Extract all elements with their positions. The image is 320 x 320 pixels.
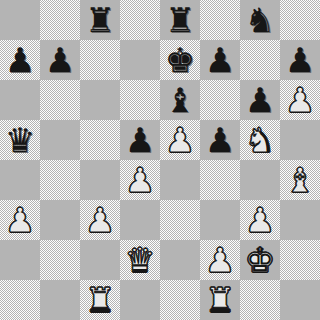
piece-white-pawn: ♟	[80, 200, 120, 240]
piece-black-king: ♚	[160, 40, 200, 80]
square-h7[interactable]: ♟	[280, 40, 320, 80]
square-d7[interactable]	[120, 40, 160, 80]
piece-black-pawn: ♟	[240, 80, 280, 120]
square-e4[interactable]	[160, 160, 200, 200]
piece-white-king: ♚	[240, 240, 280, 280]
square-a6[interactable]	[0, 80, 40, 120]
piece-black-pawn: ♟	[200, 120, 240, 160]
chess-app-window: ♜♜♞♟♟♚♟♟♝♟♟♛♟♟♟♞♟♝♟♟♟♛♟♚♜♜	[0, 0, 320, 320]
square-h6[interactable]: ♟	[280, 80, 320, 120]
square-d3[interactable]	[120, 200, 160, 240]
piece-white-pawn: ♟	[280, 80, 320, 120]
square-g6[interactable]: ♟	[240, 80, 280, 120]
square-g8[interactable]: ♞	[240, 0, 280, 40]
square-g3[interactable]: ♟	[240, 200, 280, 240]
square-e3[interactable]	[160, 200, 200, 240]
square-f3[interactable]	[200, 200, 240, 240]
square-f7[interactable]: ♟	[200, 40, 240, 80]
square-h3[interactable]	[280, 200, 320, 240]
square-h8[interactable]	[280, 0, 320, 40]
square-c1[interactable]: ♜	[80, 280, 120, 320]
square-b3[interactable]	[40, 200, 80, 240]
square-b1[interactable]	[40, 280, 80, 320]
square-h5[interactable]	[280, 120, 320, 160]
piece-white-bishop: ♝	[280, 160, 320, 200]
square-b7[interactable]: ♟	[40, 40, 80, 80]
square-b4[interactable]	[40, 160, 80, 200]
square-d6[interactable]	[120, 80, 160, 120]
piece-white-pawn: ♟	[240, 200, 280, 240]
square-a7[interactable]: ♟	[0, 40, 40, 80]
square-d4[interactable]: ♟	[120, 160, 160, 200]
square-a2[interactable]	[0, 240, 40, 280]
square-b5[interactable]	[40, 120, 80, 160]
square-b6[interactable]	[40, 80, 80, 120]
square-b8[interactable]	[40, 0, 80, 40]
square-c8[interactable]: ♜	[80, 0, 120, 40]
piece-white-pawn: ♟	[200, 240, 240, 280]
square-g1[interactable]	[240, 280, 280, 320]
square-f5[interactable]: ♟	[200, 120, 240, 160]
piece-black-queen: ♛	[0, 120, 40, 160]
square-e6[interactable]: ♝	[160, 80, 200, 120]
square-h4[interactable]: ♝	[280, 160, 320, 200]
piece-white-rook: ♜	[80, 280, 120, 320]
square-d8[interactable]	[120, 0, 160, 40]
piece-black-rook: ♜	[80, 0, 120, 40]
piece-white-knight: ♞	[240, 120, 280, 160]
square-f2[interactable]: ♟	[200, 240, 240, 280]
square-e8[interactable]: ♜	[160, 0, 200, 40]
square-b2[interactable]	[40, 240, 80, 280]
piece-black-pawn: ♟	[0, 40, 40, 80]
square-c6[interactable]	[80, 80, 120, 120]
square-e2[interactable]	[160, 240, 200, 280]
piece-white-pawn: ♟	[160, 120, 200, 160]
square-h2[interactable]	[280, 240, 320, 280]
piece-black-knight: ♞	[240, 0, 280, 40]
piece-black-pawn: ♟	[280, 40, 320, 80]
piece-black-bishop: ♝	[160, 80, 200, 120]
square-c5[interactable]	[80, 120, 120, 160]
square-a3[interactable]: ♟	[0, 200, 40, 240]
piece-black-rook: ♜	[160, 0, 200, 40]
square-d5[interactable]: ♟	[120, 120, 160, 160]
square-f4[interactable]	[200, 160, 240, 200]
square-a1[interactable]	[0, 280, 40, 320]
square-c7[interactable]	[80, 40, 120, 80]
square-g5[interactable]: ♞	[240, 120, 280, 160]
piece-white-pawn: ♟	[120, 160, 160, 200]
square-a8[interactable]	[0, 0, 40, 40]
square-h1[interactable]	[280, 280, 320, 320]
piece-black-pawn: ♟	[200, 40, 240, 80]
square-e7[interactable]: ♚	[160, 40, 200, 80]
square-e1[interactable]	[160, 280, 200, 320]
square-f6[interactable]	[200, 80, 240, 120]
square-a4[interactable]	[0, 160, 40, 200]
square-c2[interactable]	[80, 240, 120, 280]
piece-white-queen: ♛	[120, 240, 160, 280]
square-f1[interactable]: ♜	[200, 280, 240, 320]
square-c3[interactable]: ♟	[80, 200, 120, 240]
piece-black-pawn: ♟	[120, 120, 160, 160]
piece-white-rook: ♜	[200, 280, 240, 320]
chess-board: ♜♜♞♟♟♚♟♟♝♟♟♛♟♟♟♞♟♝♟♟♟♛♟♚♜♜	[0, 0, 320, 320]
piece-black-pawn: ♟	[40, 40, 80, 80]
square-g4[interactable]	[240, 160, 280, 200]
square-a5[interactable]: ♛	[0, 120, 40, 160]
square-g7[interactable]	[240, 40, 280, 80]
square-g2[interactable]: ♚	[240, 240, 280, 280]
piece-white-pawn: ♟	[0, 200, 40, 240]
square-f8[interactable]	[200, 0, 240, 40]
square-d1[interactable]	[120, 280, 160, 320]
square-d2[interactable]: ♛	[120, 240, 160, 280]
square-e5[interactable]: ♟	[160, 120, 200, 160]
square-c4[interactable]	[80, 160, 120, 200]
